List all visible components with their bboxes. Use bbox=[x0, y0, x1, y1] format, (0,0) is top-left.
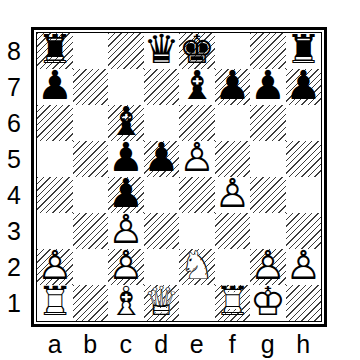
rank-label-2: 2 bbox=[0, 249, 28, 285]
file-label-h: h bbox=[286, 329, 322, 359]
piece-glyph: ♟ bbox=[215, 67, 251, 103]
square-g7[interactable]: ♟ bbox=[250, 69, 286, 105]
rank-label-1: 1 bbox=[0, 285, 28, 321]
black-pawn[interactable]: ♟ bbox=[37, 67, 73, 103]
piece-glyph: ♖ bbox=[215, 283, 251, 319]
black-pawn[interactable]: ♟ bbox=[215, 67, 251, 103]
square-e1[interactable] bbox=[179, 285, 215, 321]
piece-glyph: ♛ bbox=[144, 31, 180, 67]
black-pawn[interactable]: ♟ bbox=[286, 67, 322, 103]
square-a7[interactable]: ♟ bbox=[37, 69, 73, 105]
piece-glyph: ♟ bbox=[286, 67, 322, 103]
black-queen[interactable]: ♛ bbox=[144, 31, 180, 67]
square-d3[interactable] bbox=[144, 213, 180, 249]
file-label-g: g bbox=[250, 329, 286, 359]
rank-label-4: 4 bbox=[0, 177, 28, 213]
file-label-e: e bbox=[179, 329, 215, 359]
square-b2[interactable] bbox=[73, 249, 109, 285]
square-b5[interactable] bbox=[73, 141, 109, 177]
piece-glyph: ♙ bbox=[215, 175, 251, 211]
white-pawn[interactable]: ♟♙ bbox=[286, 247, 322, 283]
white-queen[interactable]: ♛♕ bbox=[144, 283, 180, 319]
chess-diagram: 87654321 ♜♛♚♜♟♝♟♟♟♝♟♟♟♙♟♟♙♟♙♟♙♟♙♞♘♟♙♟♙♜♖… bbox=[0, 0, 360, 360]
square-a5[interactable] bbox=[37, 141, 73, 177]
piece-glyph: ♟ bbox=[144, 139, 180, 175]
piece-glyph: ♗ bbox=[108, 283, 144, 319]
square-g6[interactable] bbox=[250, 105, 286, 141]
square-b1[interactable] bbox=[73, 285, 109, 321]
rank-label-5: 5 bbox=[0, 141, 28, 177]
square-g5[interactable] bbox=[250, 141, 286, 177]
file-label-d: d bbox=[144, 329, 180, 359]
rank-label-8: 8 bbox=[0, 33, 28, 69]
white-rook[interactable]: ♜♖ bbox=[215, 283, 251, 319]
white-rook[interactable]: ♜♖ bbox=[37, 283, 73, 319]
white-bishop[interactable]: ♝♗ bbox=[108, 283, 144, 319]
square-d7[interactable] bbox=[144, 69, 180, 105]
square-d4[interactable] bbox=[144, 177, 180, 213]
square-h4[interactable] bbox=[286, 177, 322, 213]
square-b3[interactable] bbox=[73, 213, 109, 249]
square-b8[interactable] bbox=[73, 33, 109, 69]
chess-board: ♜♛♚♜♟♝♟♟♟♝♟♟♟♙♟♟♙♟♙♟♙♟♙♞♘♟♙♟♙♜♖♝♗♛♕♜♖♚♔ bbox=[37, 33, 321, 321]
white-pawn[interactable]: ♟♙ bbox=[179, 139, 215, 175]
square-f1[interactable]: ♜♖ bbox=[215, 285, 251, 321]
black-bishop[interactable]: ♝ bbox=[179, 67, 215, 103]
square-d1[interactable]: ♛♕ bbox=[144, 285, 180, 321]
piece-glyph: ♖ bbox=[37, 283, 73, 319]
rank-labels: 87654321 bbox=[0, 33, 28, 321]
white-knight[interactable]: ♞♘ bbox=[179, 247, 215, 283]
square-f3[interactable] bbox=[215, 213, 251, 249]
rank-label-3: 3 bbox=[0, 213, 28, 249]
square-a6[interactable] bbox=[37, 105, 73, 141]
black-pawn[interactable]: ♟ bbox=[144, 139, 180, 175]
square-b6[interactable] bbox=[73, 105, 109, 141]
white-king[interactable]: ♚♔ bbox=[250, 283, 286, 319]
square-f6[interactable] bbox=[215, 105, 251, 141]
rank-label-7: 7 bbox=[0, 69, 28, 105]
file-labels: abcdefgh bbox=[37, 329, 321, 359]
black-pawn[interactable]: ♟ bbox=[250, 67, 286, 103]
square-a4[interactable] bbox=[37, 177, 73, 213]
piece-glyph: ♙ bbox=[179, 139, 215, 175]
square-c1[interactable]: ♝♗ bbox=[108, 285, 144, 321]
rank-label-6: 6 bbox=[0, 105, 28, 141]
file-label-b: b bbox=[73, 329, 109, 359]
square-c8[interactable] bbox=[108, 33, 144, 69]
white-pawn[interactable]: ♟♙ bbox=[215, 175, 251, 211]
piece-glyph: ♝ bbox=[179, 67, 215, 103]
file-label-f: f bbox=[215, 329, 251, 359]
square-f4[interactable]: ♟♙ bbox=[215, 177, 251, 213]
board-inner: ♜♛♚♜♟♝♟♟♟♝♟♟♟♙♟♟♙♟♙♟♙♟♙♞♘♟♙♟♙♜♖♝♗♛♕♜♖♚♔ bbox=[36, 32, 322, 322]
piece-glyph: ♔ bbox=[250, 283, 286, 319]
square-e4[interactable] bbox=[179, 177, 215, 213]
board-frame: ♜♛♚♜♟♝♟♟♟♝♟♟♟♙♟♟♙♟♙♟♙♟♙♞♘♟♙♟♙♜♖♝♗♛♕♜♖♚♔ bbox=[31, 27, 327, 327]
square-a1[interactable]: ♜♖ bbox=[37, 285, 73, 321]
piece-glyph: ♙ bbox=[286, 247, 322, 283]
square-d8[interactable]: ♛ bbox=[144, 33, 180, 69]
piece-glyph: ♘ bbox=[179, 247, 215, 283]
piece-glyph: ♟ bbox=[250, 67, 286, 103]
square-h5[interactable] bbox=[286, 141, 322, 177]
square-b4[interactable] bbox=[73, 177, 109, 213]
square-f7[interactable]: ♟ bbox=[215, 69, 251, 105]
square-g4[interactable] bbox=[250, 177, 286, 213]
piece-glyph: ♕ bbox=[144, 283, 180, 319]
square-d5[interactable]: ♟ bbox=[144, 141, 180, 177]
square-g1[interactable]: ♚♔ bbox=[250, 285, 286, 321]
square-b7[interactable] bbox=[73, 69, 109, 105]
square-h6[interactable] bbox=[286, 105, 322, 141]
square-h2[interactable]: ♟♙ bbox=[286, 249, 322, 285]
square-h1[interactable] bbox=[286, 285, 322, 321]
file-label-a: a bbox=[37, 329, 73, 359]
square-e5[interactable]: ♟♙ bbox=[179, 141, 215, 177]
square-h7[interactable]: ♟ bbox=[286, 69, 322, 105]
file-label-c: c bbox=[108, 329, 144, 359]
piece-glyph: ♟ bbox=[37, 67, 73, 103]
square-e7[interactable]: ♝ bbox=[179, 69, 215, 105]
square-e2[interactable]: ♞♘ bbox=[179, 249, 215, 285]
